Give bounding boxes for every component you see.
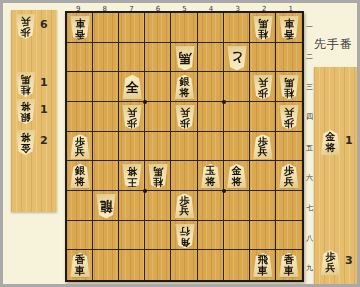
piece-kanji: 香 [284, 28, 294, 39]
piece-kanji: 行 [180, 225, 190, 236]
hand-piece-count: 1 [40, 76, 48, 89]
board-cell[interactable] [145, 13, 171, 43]
file-label: 4 [209, 5, 213, 13]
piece-kanji: 歩 [21, 27, 31, 38]
board-cell[interactable] [145, 191, 171, 221]
board-cell[interactable] [119, 132, 145, 162]
sente-hand-tray: 金将1歩兵3 [314, 67, 357, 286]
file-label: 7 [129, 5, 133, 13]
piece-kanji: 兵 [75, 147, 85, 158]
hand-piece-count: 2 [40, 134, 48, 147]
board-cell[interactable] [276, 132, 302, 162]
board-cell[interactable] [67, 191, 93, 221]
piece-kanji: 桂 [21, 85, 31, 96]
piece-kanji: 車 [75, 17, 85, 28]
piece-kanji: 車 [258, 265, 268, 276]
rank-label: 九 [306, 263, 313, 273]
rank-label: 七 [306, 203, 313, 213]
file-label: 3 [235, 5, 239, 13]
piece-kanji: 車 [75, 265, 85, 276]
board-cell[interactable] [224, 102, 250, 132]
piece-kanji: 歩 [180, 117, 190, 128]
piece-kanji: 将 [21, 101, 31, 112]
rank-label: 五 [306, 143, 313, 153]
board-cell[interactable] [224, 132, 250, 162]
board-cell[interactable] [93, 250, 119, 280]
piece-kanji: 歩 [180, 195, 190, 206]
piece-kanji: 銀 [180, 77, 190, 88]
piece-kanji: 金 [21, 143, 31, 154]
piece-kanji: 歩 [284, 166, 294, 177]
board-cell[interactable] [145, 250, 171, 280]
board-cell[interactable] [93, 161, 119, 191]
board-cell[interactable] [67, 72, 93, 102]
piece-kanji: 兵 [258, 147, 268, 158]
piece-kanji: 兵 [258, 77, 268, 88]
board-cell[interactable] [198, 132, 224, 162]
board-cell[interactable] [224, 221, 250, 251]
hand-piece-gote[interactable]: 桂馬 [15, 72, 36, 97]
file-label: 9 [76, 5, 80, 13]
board-cell[interactable] [250, 221, 276, 251]
piece-kanji: 馬 [284, 77, 294, 88]
board-cell[interactable] [198, 13, 224, 43]
board-cell[interactable] [171, 132, 197, 162]
file-label: 6 [156, 5, 160, 13]
board-cell[interactable] [224, 13, 250, 43]
piece-kanji: 歩 [258, 136, 268, 147]
board-cell[interactable] [198, 43, 224, 73]
file-label: 2 [262, 5, 266, 13]
piece-kanji: 歩 [284, 117, 294, 128]
shogi-board: 香車桂馬香車馬と全銀将歩兵桂馬歩兵歩兵歩兵歩兵歩兵銀将王将桂馬玉将金将歩兵龍歩兵… [65, 11, 304, 282]
board-cell[interactable] [171, 13, 197, 43]
shogi-diagram: 歩兵6桂馬1銀将1金将2 香車桂馬香車馬と全銀将歩兵桂馬歩兵歩兵歩兵歩兵歩兵銀将… [0, 0, 360, 287]
board-cell[interactable] [119, 221, 145, 251]
hand-piece-sente[interactable]: 金将 [320, 130, 341, 155]
piece-kanji: 馬 [258, 17, 268, 28]
rank-label: 二 [306, 52, 313, 62]
piece-kanji: 銀 [21, 112, 31, 123]
hand-piece-count: 1 [345, 134, 353, 147]
board-cell[interactable] [145, 221, 171, 251]
gote-hand-tray: 歩兵6桂馬1銀将1金将2 [11, 10, 57, 212]
board-cell[interactable] [93, 13, 119, 43]
board-cell[interactable] [250, 102, 276, 132]
hand-piece-sente[interactable]: 歩兵 [320, 250, 341, 275]
file-label: 8 [103, 5, 107, 13]
piece-kanji: と [230, 51, 243, 64]
board-cell[interactable] [119, 43, 145, 73]
piece-kanji: 馬 [21, 74, 31, 85]
piece-kanji: 将 [21, 132, 31, 143]
board-cell[interactable] [198, 250, 224, 280]
piece-kanji: 香 [75, 28, 85, 39]
board-cell[interactable] [198, 221, 224, 251]
board-cell[interactable] [93, 72, 119, 102]
piece-kanji: 兵 [180, 206, 190, 217]
piece-kanji: 桂 [153, 176, 163, 187]
board-cell[interactable] [276, 221, 302, 251]
board-cell[interactable] [67, 221, 93, 251]
board-cell[interactable] [276, 191, 302, 221]
board-cell[interactable] [171, 161, 197, 191]
piece-kanji: 将 [206, 176, 216, 187]
board-cell[interactable] [93, 43, 119, 73]
piece-kanji: 王 [127, 176, 137, 187]
piece-kanji: 角 [180, 236, 190, 247]
piece-kanji: 馬 [153, 166, 163, 177]
piece-kanji: 香 [75, 255, 85, 266]
board-cell[interactable] [198, 102, 224, 132]
piece-kanji: 兵 [21, 16, 31, 27]
piece-kanji: 龍 [100, 199, 113, 212]
board-cell[interactable] [224, 191, 250, 221]
piece-kanji: 香 [284, 255, 294, 266]
hand-piece-gote[interactable]: 銀将 [15, 99, 36, 124]
piece-kanji: 将 [75, 176, 85, 187]
piece-kanji: 車 [284, 265, 294, 276]
board-cell[interactable] [224, 72, 250, 102]
board-cell[interactable] [119, 250, 145, 280]
board-cell[interactable] [224, 250, 250, 280]
board-cell[interactable] [93, 102, 119, 132]
piece-kanji: 兵 [326, 263, 336, 274]
piece-kanji: 飛 [258, 255, 268, 266]
piece-kanji: 金 [232, 166, 242, 177]
board-cell[interactable] [145, 72, 171, 102]
board-cell[interactable] [250, 161, 276, 191]
piece-kanji: 歩 [326, 252, 336, 263]
board-cell[interactable] [145, 43, 171, 73]
rank-label: 四 [306, 112, 313, 122]
piece-kanji: 兵 [284, 106, 294, 117]
piece-kanji: 歩 [75, 136, 85, 147]
hand-piece-count: 1 [40, 103, 48, 116]
board-cell[interactable] [250, 43, 276, 73]
rank-label: 八 [306, 233, 313, 243]
piece-kanji: 歩 [258, 87, 268, 98]
rank-label: 一 [306, 22, 313, 32]
piece-kanji: 桂 [258, 28, 268, 39]
piece-kanji: 将 [127, 166, 137, 177]
rank-label: 三 [306, 82, 313, 92]
hand-piece-count: 3 [345, 254, 353, 267]
piece-kanji: 車 [284, 17, 294, 28]
piece-kanji: 兵 [180, 106, 190, 117]
turn-indicator: 先手番 [314, 36, 353, 53]
piece-kanji: 歩 [127, 117, 137, 128]
board-cell[interactable] [276, 43, 302, 73]
piece-kanji: 桂 [284, 87, 294, 98]
board-cell[interactable] [250, 191, 276, 221]
board-cell[interactable] [93, 221, 119, 251]
piece-kanji: 将 [232, 176, 242, 187]
board-cell[interactable] [93, 132, 119, 162]
board-cell[interactable] [119, 13, 145, 43]
board-cell[interactable] [67, 43, 93, 73]
file-label: 1 [288, 5, 292, 13]
piece-kanji: 全 [126, 81, 139, 94]
board-cell[interactable] [67, 102, 93, 132]
board-cell[interactable] [198, 72, 224, 102]
board-cell[interactable] [198, 191, 224, 221]
hand-piece-gote[interactable]: 金将 [15, 130, 36, 155]
piece-kanji: 銀 [75, 166, 85, 177]
hand-piece-gote[interactable]: 歩兵 [15, 14, 36, 39]
hand-piece-count: 6 [40, 18, 48, 31]
piece-kanji: 将 [180, 87, 190, 98]
piece-kanji: 玉 [206, 166, 216, 177]
board-cell[interactable] [145, 102, 171, 132]
board-cell[interactable] [145, 132, 171, 162]
piece-kanji: 兵 [127, 106, 137, 117]
file-label: 5 [182, 5, 186, 13]
piece-kanji: 兵 [284, 176, 294, 187]
board-cell[interactable] [119, 191, 145, 221]
piece-kanji: 馬 [178, 51, 191, 64]
board-cell[interactable] [171, 250, 197, 280]
rank-label: 六 [306, 173, 313, 183]
piece-kanji: 金 [326, 132, 336, 143]
piece-kanji: 将 [326, 143, 336, 154]
